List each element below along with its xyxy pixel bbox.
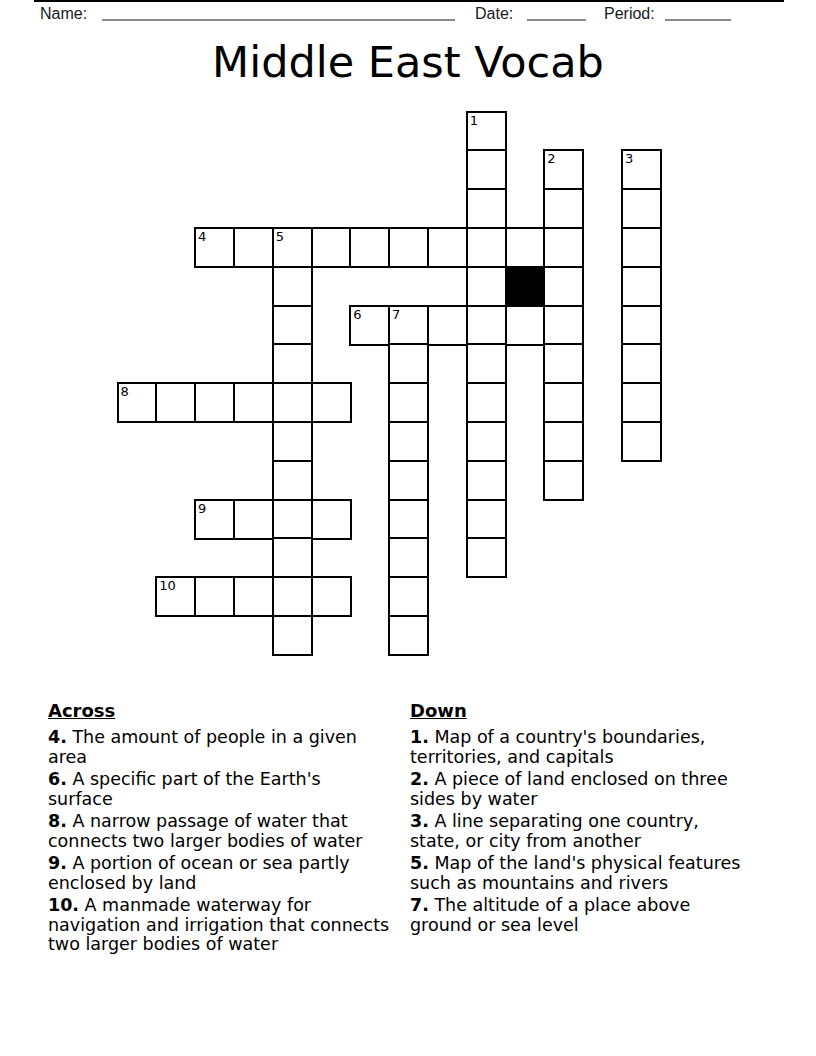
clue-down-2: 2. A piece of land enclosed on threeside… <box>410 770 782 809</box>
grid-clue-number: 4 <box>198 230 206 243</box>
crossword-cell[interactable] <box>194 576 235 617</box>
crossword-cell[interactable] <box>621 188 662 229</box>
date-blank-line <box>527 19 586 21</box>
crossword-cell[interactable] <box>466 266 507 307</box>
crossword-cell[interactable] <box>543 460 584 501</box>
crossword-cell[interactable] <box>233 576 274 617</box>
crossword-cell[interactable] <box>272 499 313 540</box>
date-label: Date: <box>475 5 513 23</box>
crossword-cell[interactable] <box>194 382 235 423</box>
crossword-cell[interactable] <box>466 421 507 462</box>
crossword-cell[interactable] <box>466 188 507 229</box>
crossword-cell[interactable] <box>388 421 429 462</box>
crossword-cell[interactable] <box>543 382 584 423</box>
crossword-cell[interactable] <box>466 149 507 190</box>
puzzle-title: Middle East Vocab <box>0 36 816 88</box>
clue-number-label: 7. <box>410 895 429 915</box>
crossword-cell[interactable] <box>466 499 507 540</box>
crossword-cell[interactable] <box>272 266 313 307</box>
crossword-cell[interactable] <box>233 382 274 423</box>
crossword-cell[interactable] <box>388 343 429 384</box>
crossword-cell[interactable] <box>388 537 429 578</box>
crossword-cell[interactable] <box>621 421 662 462</box>
grid-clue-number: 10 <box>159 579 176 592</box>
crossword-cell[interactable] <box>272 615 313 656</box>
crossword-cell[interactable] <box>388 576 429 617</box>
crossword-cell[interactable] <box>543 421 584 462</box>
crossword-cell[interactable] <box>349 227 390 268</box>
crossword-cell[interactable] <box>466 305 507 346</box>
clue-down-3: 3. A line separating one country,state, … <box>410 812 782 851</box>
crossword-cell[interactable] <box>621 305 662 346</box>
across-clue-list: 4. The amount of people in a givenarea6.… <box>48 728 402 955</box>
clue-down-5: 5. Map of the land's physical featuressu… <box>410 854 782 893</box>
down-clue-list: 1. Map of a country's boundaries,territo… <box>410 728 782 935</box>
crossword-cell[interactable] <box>311 227 352 268</box>
crossword-cell[interactable] <box>466 343 507 384</box>
clue-number-label: 4. <box>48 727 67 747</box>
clue-number-label: 10. <box>48 895 79 915</box>
grid-clue-number: 2 <box>547 152 555 165</box>
down-heading: Down <box>410 701 782 721</box>
crossword-cell[interactable] <box>388 615 429 656</box>
grid-clue-number: 9 <box>198 502 206 515</box>
crossword-cell[interactable] <box>621 343 662 384</box>
crossword-cell[interactable] <box>543 343 584 384</box>
crossword-cell[interactable] <box>272 305 313 346</box>
crossword-cell[interactable] <box>621 227 662 268</box>
across-section: Across 4. The amount of people in a give… <box>48 701 402 958</box>
top-rule <box>34 0 784 2</box>
grid-clue-number: 1 <box>470 114 478 127</box>
clue-number-label: 1. <box>410 727 429 747</box>
crossword-cell[interactable] <box>272 576 313 617</box>
crossword-cell[interactable] <box>621 382 662 423</box>
crossword-cell[interactable] <box>466 227 507 268</box>
crossword-cell[interactable] <box>388 227 429 268</box>
crossword-cell[interactable] <box>311 499 352 540</box>
grid-clue-number: 8 <box>121 385 129 398</box>
clue-across-9: 9. A portion of ocean or sea partlyenclo… <box>48 854 402 893</box>
clue-down-7: 7. The altitude of a place aboveground o… <box>410 896 782 935</box>
crossword-cell[interactable] <box>233 499 274 540</box>
crossword-cell[interactable] <box>466 460 507 501</box>
crossword-cell[interactable] <box>311 382 352 423</box>
crossword-grid: 12345678910 <box>117 111 663 657</box>
crossword-cell[interactable] <box>388 499 429 540</box>
crossword-cell[interactable] <box>543 188 584 229</box>
crossword-cell[interactable] <box>272 343 313 384</box>
period-label: Period: <box>604 5 655 23</box>
clue-down-1: 1. Map of a country's boundaries,territo… <box>410 728 782 767</box>
crossword-cell[interactable] <box>427 227 468 268</box>
grid-clue-number: 7 <box>392 308 400 321</box>
crossword-cell[interactable] <box>543 266 584 307</box>
clue-number-label: 8. <box>48 811 67 831</box>
crossword-cell[interactable] <box>543 305 584 346</box>
clue-number-label: 9. <box>48 853 67 873</box>
clue-across-8: 8. A narrow passage of water thatconnect… <box>48 812 402 851</box>
crossword-cell[interactable] <box>543 227 584 268</box>
clue-number-label: 5. <box>410 853 429 873</box>
crossword-cell[interactable] <box>388 382 429 423</box>
down-section: Down 1. Map of a country's boundaries,te… <box>410 701 782 938</box>
name-label: Name: <box>40 5 87 23</box>
worksheet-page: Name: Date: Period: Middle East Vocab 12… <box>0 0 816 1056</box>
black-cell <box>505 266 546 307</box>
period-blank-line <box>665 19 731 21</box>
name-blank-line <box>102 19 455 21</box>
crossword-cell[interactable] <box>272 382 313 423</box>
crossword-cell[interactable] <box>272 537 313 578</box>
clue-across-10: 10. A manmade waterway fornavigation and… <box>48 896 402 955</box>
clue-across-6: 6. A specific part of the Earth'ssurface <box>48 770 402 809</box>
grid-clue-number: 3 <box>625 152 633 165</box>
crossword-cell[interactable] <box>427 305 468 346</box>
grid-clue-number: 5 <box>276 230 284 243</box>
clue-number-label: 6. <box>48 769 67 789</box>
crossword-cell[interactable] <box>272 460 313 501</box>
crossword-cell[interactable] <box>621 266 662 307</box>
crossword-cell[interactable] <box>155 382 196 423</box>
clue-across-4: 4. The amount of people in a givenarea <box>48 728 402 767</box>
crossword-cell[interactable] <box>311 576 352 617</box>
grid-clue-number: 6 <box>353 308 361 321</box>
crossword-cell[interactable] <box>466 537 507 578</box>
crossword-cell[interactable] <box>466 382 507 423</box>
crossword-cell[interactable] <box>388 460 429 501</box>
crossword-cell[interactable] <box>505 305 546 346</box>
crossword-cell[interactable] <box>272 421 313 462</box>
crossword-cell[interactable] <box>233 227 274 268</box>
clue-number-label: 3. <box>410 811 429 831</box>
crossword-cell[interactable] <box>505 227 546 268</box>
clue-number-label: 2. <box>410 769 429 789</box>
across-heading: Across <box>48 701 402 721</box>
